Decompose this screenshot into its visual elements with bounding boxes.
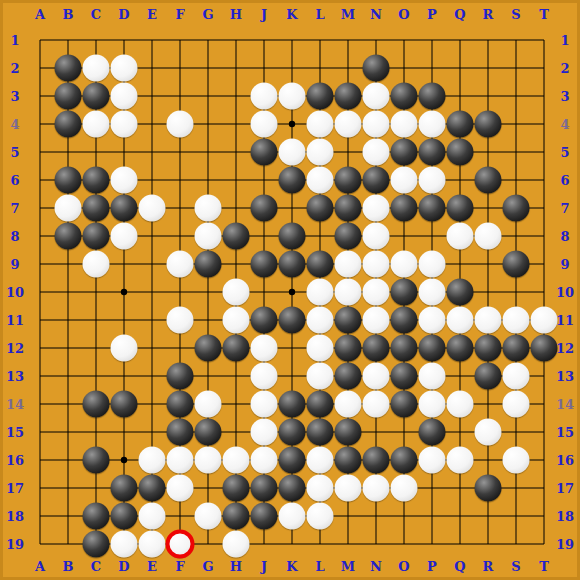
black-stone-M7: ●: [335, 195, 362, 222]
row-label-left-15: 15: [6, 426, 24, 439]
row-label-right-3: 3: [560, 90, 569, 103]
row-label-right-13: 13: [556, 370, 574, 383]
white-stone-H19: ○: [223, 531, 250, 558]
white-stone-Q16: ○: [447, 447, 474, 474]
black-stone-H18: ●: [223, 503, 250, 530]
white-stone-E18: ○: [139, 503, 166, 530]
row-label-right-9: 9: [560, 258, 569, 271]
white-stone-O9: ○: [391, 251, 418, 278]
white-stone-J3: ○: [251, 83, 278, 110]
white-stone-D12: ○: [111, 335, 138, 362]
white-stone-L12: ○: [307, 335, 334, 362]
black-stone-F13: ●: [167, 363, 194, 390]
white-stone-Q14: ○: [447, 391, 474, 418]
black-stone-Q5: ●: [447, 139, 474, 166]
black-stone-D7: ●: [111, 195, 138, 222]
row-label-left-7: 7: [10, 202, 19, 215]
white-stone-L5: ○: [307, 139, 334, 166]
black-stone-C14: ●: [83, 391, 110, 418]
black-stone-R12: ●: [475, 335, 502, 362]
black-stone-O7: ●: [391, 195, 418, 222]
white-stone-T11: ○: [531, 307, 558, 334]
white-stone-D4: ○: [111, 111, 138, 138]
black-stone-P5: ●: [419, 139, 446, 166]
white-stone-D19: ○: [111, 531, 138, 558]
col-label-bottom-B: B: [63, 560, 74, 573]
black-stone-K14: ●: [279, 391, 306, 418]
black-stone-L14: ●: [307, 391, 334, 418]
white-stone-P4: ○: [419, 111, 446, 138]
black-stone-M3: ●: [335, 83, 362, 110]
black-stone-G15: ●: [195, 419, 222, 446]
black-stone-P12: ●: [419, 335, 446, 362]
black-stone-J9: ●: [251, 251, 278, 278]
black-stone-G12: ●: [195, 335, 222, 362]
black-stone-J17: ●: [251, 475, 278, 502]
row-label-left-12: 12: [6, 342, 24, 355]
white-stone-P10: ○: [419, 279, 446, 306]
white-stone-O17: ○: [391, 475, 418, 502]
white-stone-H10: ○: [223, 279, 250, 306]
row-label-left-6: 6: [10, 174, 19, 187]
black-stone-C18: ●: [83, 503, 110, 530]
black-stone-P3: ●: [419, 83, 446, 110]
row-label-left-8: 8: [10, 230, 19, 243]
white-stone-G7: ○: [195, 195, 222, 222]
white-stone-O6: ○: [391, 167, 418, 194]
col-label-bottom-C: C: [91, 560, 101, 573]
white-stone-P11: ○: [419, 307, 446, 334]
black-stone-H12: ●: [223, 335, 250, 362]
col-label-bottom-T: T: [539, 560, 549, 573]
white-stone-N9: ○: [363, 251, 390, 278]
col-label-bottom-Q: Q: [454, 560, 465, 573]
white-stone-C4: ○: [83, 111, 110, 138]
white-stone-E19: ○: [139, 531, 166, 558]
white-stone-S13: ○: [503, 363, 530, 390]
white-stone-M14: ○: [335, 391, 362, 418]
white-stone-R11: ○: [475, 307, 502, 334]
row-label-left-19: 19: [6, 538, 24, 551]
white-stone-N10: ○: [363, 279, 390, 306]
star-point: [121, 457, 127, 463]
col-label-top-S: S: [511, 8, 520, 21]
white-stone-M10: ○: [335, 279, 362, 306]
black-stone-O11: ●: [391, 307, 418, 334]
black-stone-S7: ●: [503, 195, 530, 222]
row-label-right-14: 14: [556, 398, 574, 411]
row-label-left-18: 18: [6, 510, 24, 523]
white-stone-D6: ○: [111, 167, 138, 194]
go-board-app: AABBCCDDEEFFGGHHJJKKLLMMNNOOPPQQRRSSTT11…: [0, 0, 580, 580]
row-label-left-3: 3: [10, 90, 19, 103]
col-label-bottom-H: H: [230, 560, 242, 573]
star-point: [121, 289, 127, 295]
row-label-left-14: 14: [6, 398, 24, 411]
black-stone-M11: ●: [335, 307, 362, 334]
white-stone-L6: ○: [307, 167, 334, 194]
row-label-left-13: 13: [6, 370, 24, 383]
black-stone-K8: ●: [279, 223, 306, 250]
row-label-left-9: 9: [10, 258, 19, 271]
col-label-bottom-J: J: [261, 560, 267, 573]
white-stone-S11: ○: [503, 307, 530, 334]
black-stone-R4: ●: [475, 111, 502, 138]
star-point: [289, 121, 295, 127]
black-stone-C7: ●: [83, 195, 110, 222]
black-stone-B4: ●: [55, 111, 82, 138]
white-stone-Q8: ○: [447, 223, 474, 250]
black-stone-O12: ●: [391, 335, 418, 362]
black-stone-L15: ●: [307, 419, 334, 446]
black-stone-Q10: ●: [447, 279, 474, 306]
col-label-top-B: B: [63, 8, 74, 21]
row-label-right-2: 2: [560, 62, 569, 75]
col-label-bottom-A: A: [35, 560, 45, 573]
col-label-top-D: D: [118, 8, 129, 21]
black-stone-O16: ●: [391, 447, 418, 474]
black-stone-K16: ●: [279, 447, 306, 474]
white-stone-P16: ○: [419, 447, 446, 474]
row-label-left-17: 17: [6, 482, 24, 495]
black-stone-C8: ●: [83, 223, 110, 250]
col-label-bottom-O: O: [398, 560, 409, 573]
black-stone-J18: ●: [251, 503, 278, 530]
white-stone-F4: ○: [167, 111, 194, 138]
white-stone-K18: ○: [279, 503, 306, 530]
black-stone-M16: ●: [335, 447, 362, 474]
black-stone-D14: ●: [111, 391, 138, 418]
white-stone-Q11: ○: [447, 307, 474, 334]
row-label-right-6: 6: [560, 174, 569, 187]
col-label-top-J: J: [261, 8, 267, 21]
white-stone-N4: ○: [363, 111, 390, 138]
col-label-top-T: T: [539, 8, 549, 21]
white-stone-O4: ○: [391, 111, 418, 138]
black-stone-F14: ●: [167, 391, 194, 418]
col-label-top-Q: Q: [454, 8, 465, 21]
white-stone-J12: ○: [251, 335, 278, 362]
white-stone-K3: ○: [279, 83, 306, 110]
black-stone-O5: ●: [391, 139, 418, 166]
white-stone-N13: ○: [363, 363, 390, 390]
row-label-right-16: 16: [556, 454, 574, 467]
white-stone-R15: ○: [475, 419, 502, 446]
black-stone-B3: ●: [55, 83, 82, 110]
white-stone-P14: ○: [419, 391, 446, 418]
white-stone-G14: ○: [195, 391, 222, 418]
black-stone-K11: ●: [279, 307, 306, 334]
white-stone-M17: ○: [335, 475, 362, 502]
white-stone-K5: ○: [279, 139, 306, 166]
row-label-right-4: 4: [560, 118, 569, 131]
row-label-right-7: 7: [560, 202, 569, 215]
white-stone-J16: ○: [251, 447, 278, 474]
row-label-left-10: 10: [6, 286, 24, 299]
white-stone-B7: ○: [55, 195, 82, 222]
black-stone-B2: ●: [55, 55, 82, 82]
col-label-bottom-L: L: [315, 560, 324, 573]
black-stone-D17: ●: [111, 475, 138, 502]
white-stone-G8: ○: [195, 223, 222, 250]
row-label-right-19: 19: [556, 538, 574, 551]
black-stone-J5: ●: [251, 139, 278, 166]
white-stone-L18: ○: [307, 503, 334, 530]
black-stone-B6: ●: [55, 167, 82, 194]
white-stone-R8: ○: [475, 223, 502, 250]
black-stone-M13: ●: [335, 363, 362, 390]
row-label-right-11: 11: [556, 314, 574, 327]
black-stone-O3: ●: [391, 83, 418, 110]
row-label-right-1: 1: [560, 34, 569, 47]
col-label-bottom-D: D: [118, 560, 129, 573]
row-label-left-1: 1: [10, 34, 19, 47]
col-label-bottom-F: F: [175, 560, 184, 573]
row-label-right-10: 10: [556, 286, 574, 299]
black-stone-B8: ●: [55, 223, 82, 250]
black-stone-C19: ●: [83, 531, 110, 558]
col-label-top-C: C: [91, 8, 101, 21]
black-stone-K6: ●: [279, 167, 306, 194]
white-stone-F19: ○: [167, 531, 194, 558]
col-label-top-O: O: [398, 8, 409, 21]
white-stone-S16: ○: [503, 447, 530, 474]
white-stone-J4: ○: [251, 111, 278, 138]
col-label-top-H: H: [230, 8, 242, 21]
black-stone-O13: ●: [391, 363, 418, 390]
white-stone-L16: ○: [307, 447, 334, 474]
row-label-right-17: 17: [556, 482, 574, 495]
star-point: [289, 289, 295, 295]
white-stone-N7: ○: [363, 195, 390, 222]
col-label-top-G: G: [202, 8, 213, 21]
black-stone-T12: ●: [531, 335, 558, 362]
col-label-bottom-S: S: [511, 560, 520, 573]
black-stone-M12: ●: [335, 335, 362, 362]
white-stone-P6: ○: [419, 167, 446, 194]
black-stone-C3: ●: [83, 83, 110, 110]
black-stone-E17: ●: [139, 475, 166, 502]
row-label-right-18: 18: [556, 510, 574, 523]
black-stone-R13: ●: [475, 363, 502, 390]
white-stone-E16: ○: [139, 447, 166, 474]
black-stone-F15: ●: [167, 419, 194, 446]
white-stone-H16: ○: [223, 447, 250, 474]
white-stone-J13: ○: [251, 363, 278, 390]
black-stone-N2: ●: [363, 55, 390, 82]
black-stone-D18: ●: [111, 503, 138, 530]
black-stone-K15: ●: [279, 419, 306, 446]
row-label-left-11: 11: [6, 314, 24, 327]
white-stone-E7: ○: [139, 195, 166, 222]
white-stone-G18: ○: [195, 503, 222, 530]
white-stone-L13: ○: [307, 363, 334, 390]
black-stone-J11: ●: [251, 307, 278, 334]
black-stone-L7: ●: [307, 195, 334, 222]
black-stone-J7: ●: [251, 195, 278, 222]
black-stone-S9: ●: [503, 251, 530, 278]
white-stone-N14: ○: [363, 391, 390, 418]
black-stone-M15: ●: [335, 419, 362, 446]
row-label-left-4: 4: [10, 118, 19, 131]
black-stone-Q12: ●: [447, 335, 474, 362]
white-stone-L10: ○: [307, 279, 334, 306]
col-label-bottom-R: R: [483, 560, 494, 573]
black-stone-N6: ●: [363, 167, 390, 194]
row-label-left-5: 5: [10, 146, 19, 159]
col-label-bottom-E: E: [147, 560, 157, 573]
white-stone-F9: ○: [167, 251, 194, 278]
row-label-left-2: 2: [10, 62, 19, 75]
col-label-top-E: E: [147, 8, 157, 21]
black-stone-M6: ●: [335, 167, 362, 194]
col-label-top-R: R: [483, 8, 494, 21]
black-stone-Q4: ●: [447, 111, 474, 138]
black-stone-L9: ●: [307, 251, 334, 278]
black-stone-Q7: ●: [447, 195, 474, 222]
col-label-bottom-N: N: [370, 560, 382, 573]
black-stone-S12: ●: [503, 335, 530, 362]
white-stone-F11: ○: [167, 307, 194, 334]
white-stone-F17: ○: [167, 475, 194, 502]
white-stone-F16: ○: [167, 447, 194, 474]
white-stone-G16: ○: [195, 447, 222, 474]
white-stone-P13: ○: [419, 363, 446, 390]
white-stone-D3: ○: [111, 83, 138, 110]
black-stone-R6: ●: [475, 167, 502, 194]
black-stone-N16: ●: [363, 447, 390, 474]
col-label-top-L: L: [315, 8, 324, 21]
white-stone-N8: ○: [363, 223, 390, 250]
black-stone-N12: ●: [363, 335, 390, 362]
col-label-top-M: M: [341, 8, 355, 21]
col-label-bottom-K: K: [286, 560, 297, 573]
white-stone-S14: ○: [503, 391, 530, 418]
col-label-top-A: A: [35, 8, 45, 21]
row-label-left-16: 16: [6, 454, 24, 467]
col-label-top-K: K: [286, 8, 297, 21]
black-stone-C16: ●: [83, 447, 110, 474]
row-label-right-5: 5: [560, 146, 569, 159]
white-stone-N5: ○: [363, 139, 390, 166]
white-stone-H11: ○: [223, 307, 250, 334]
col-label-bottom-G: G: [202, 560, 213, 573]
white-stone-P9: ○: [419, 251, 446, 278]
col-label-top-F: F: [175, 8, 184, 21]
black-stone-P7: ●: [419, 195, 446, 222]
row-label-right-8: 8: [560, 230, 569, 243]
black-stone-K17: ●: [279, 475, 306, 502]
white-stone-N11: ○: [363, 307, 390, 334]
row-label-right-12: 12: [556, 342, 574, 355]
white-stone-N3: ○: [363, 83, 390, 110]
col-label-bottom-P: P: [427, 560, 437, 573]
black-stone-O10: ●: [391, 279, 418, 306]
black-stone-O14: ●: [391, 391, 418, 418]
white-stone-M9: ○: [335, 251, 362, 278]
white-stone-C9: ○: [83, 251, 110, 278]
white-stone-J14: ○: [251, 391, 278, 418]
white-stone-L17: ○: [307, 475, 334, 502]
white-stone-J15: ○: [251, 419, 278, 446]
white-stone-C2: ○: [83, 55, 110, 82]
col-label-top-N: N: [370, 8, 382, 21]
col-label-bottom-M: M: [341, 560, 355, 573]
black-stone-H8: ●: [223, 223, 250, 250]
white-stone-D2: ○: [111, 55, 138, 82]
black-stone-L3: ●: [307, 83, 334, 110]
col-label-top-P: P: [427, 8, 437, 21]
black-stone-C6: ●: [83, 167, 110, 194]
black-stone-G9: ●: [195, 251, 222, 278]
row-label-right-15: 15: [556, 426, 574, 439]
white-stone-D8: ○: [111, 223, 138, 250]
black-stone-H17: ●: [223, 475, 250, 502]
black-stone-K9: ●: [279, 251, 306, 278]
black-stone-R17: ●: [475, 475, 502, 502]
black-stone-P15: ●: [419, 419, 446, 446]
white-stone-N17: ○: [363, 475, 390, 502]
white-stone-L11: ○: [307, 307, 334, 334]
white-stone-L4: ○: [307, 111, 334, 138]
white-stone-M4: ○: [335, 111, 362, 138]
black-stone-M8: ●: [335, 223, 362, 250]
